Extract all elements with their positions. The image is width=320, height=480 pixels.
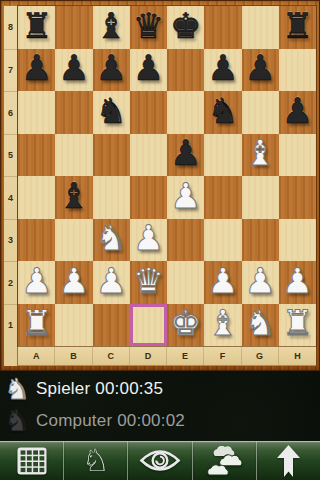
player-name-and-clock: Spieler 00:00:35 (36, 379, 163, 399)
eye-button[interactable] (128, 441, 192, 480)
black-knight-icon: ♞ (3, 406, 31, 436)
piece-black-rook[interactable]: ♜ (282, 9, 313, 44)
computer-clock: 00:00:02 (117, 411, 185, 430)
square-b6[interactable] (55, 91, 92, 134)
square-a6[interactable] (18, 91, 55, 134)
square-b2[interactable]: ♟ (55, 261, 92, 304)
rank-label-5: 5 (4, 134, 17, 177)
piece-black-pawn[interactable]: ♟ (95, 51, 126, 86)
file-label-e: E (167, 347, 204, 365)
square-b7[interactable]: ♟ (55, 49, 92, 92)
square-g4[interactable] (242, 176, 279, 219)
square-f4[interactable] (204, 176, 241, 219)
chess-app: 87654321 ♜♝♛♚♜♟♟♟♟♟♟♞♞♟♟♝♝♟♞♟♟♟♟♛♟♟♟♜♚♝♞… (0, 0, 320, 480)
square-e3[interactable] (167, 219, 204, 262)
square-c6[interactable]: ♞ (93, 91, 130, 134)
piece-black-pawn[interactable]: ♟ (133, 51, 164, 86)
piece-black-pawn[interactable]: ♟ (170, 136, 201, 171)
square-g8[interactable] (242, 6, 279, 49)
knight-icon: ♘ (82, 445, 110, 476)
file-label-d: D (130, 347, 167, 365)
rank-label-3: 3 (4, 219, 17, 262)
rank-label-2: 2 (4, 261, 17, 304)
square-d5[interactable] (130, 134, 167, 177)
square-e5[interactable]: ♟ (167, 134, 204, 177)
square-c8[interactable]: ♝ (93, 6, 130, 49)
square-g6[interactable] (242, 91, 279, 134)
square-d4[interactable] (130, 176, 167, 219)
game-info-panel: ♞ Spieler 00:00:35 ♞ Computer 00:00:02 c… (0, 371, 320, 441)
file-label-b: B (55, 347, 92, 365)
file-label-g: G (242, 347, 279, 365)
piece-white-knight[interactable]: ♞ (244, 306, 275, 341)
square-b3[interactable] (55, 219, 92, 262)
square-h8[interactable]: ♜ (279, 6, 316, 49)
square-e2[interactable] (167, 261, 204, 304)
rank-label-8: 8 (4, 6, 17, 49)
square-f6[interactable]: ♞ (204, 91, 241, 134)
rank-label-1: 1 (4, 304, 17, 347)
clouds-icon (206, 446, 242, 476)
piece-white-pawn[interactable]: ♟ (207, 264, 238, 299)
square-c1[interactable] (93, 304, 130, 347)
piece-white-bishop[interactable]: ♝ (207, 306, 238, 341)
square-a3[interactable] (18, 219, 55, 262)
square-d6[interactable] (130, 91, 167, 134)
square-a2[interactable]: ♟ (18, 261, 55, 304)
square-e6[interactable] (167, 91, 204, 134)
file-label-f: F (204, 347, 241, 365)
square-e8[interactable]: ♚ (167, 6, 204, 49)
square-f7[interactable]: ♟ (204, 49, 241, 92)
square-d3[interactable]: ♟ (130, 219, 167, 262)
piece-black-bishop[interactable]: ♝ (95, 9, 126, 44)
square-a1[interactable]: ♜ (18, 304, 55, 347)
piece-black-pawn[interactable]: ♟ (244, 51, 275, 86)
grid-icon (17, 447, 47, 475)
piece-black-bishop[interactable]: ♝ (58, 179, 89, 214)
square-f1[interactable]: ♝ (204, 304, 241, 347)
square-a5[interactable] (18, 134, 55, 177)
square-c3[interactable]: ♞ (93, 219, 130, 262)
piece-white-knight[interactable]: ♞ (95, 221, 126, 256)
file-label-a: A (18, 347, 55, 365)
rank-label-7: 7 (4, 49, 17, 92)
piece-black-pawn[interactable]: ♟ (282, 94, 313, 129)
square-h4[interactable] (279, 176, 316, 219)
piece-white-rook[interactable]: ♜ (282, 306, 313, 341)
piece-white-pawn[interactable]: ♟ (95, 264, 126, 299)
piece-white-pawn[interactable]: ♟ (133, 221, 164, 256)
piece-black-king[interactable]: ♚ (170, 9, 201, 44)
clouds-button[interactable] (193, 441, 257, 480)
rank-label-4: 4 (4, 176, 17, 219)
rank-labels: 87654321 (4, 6, 18, 366)
player-row-black: ♞ Computer 00:00:02 (3, 406, 185, 436)
square-e7[interactable] (167, 49, 204, 92)
square-b1[interactable] (55, 304, 92, 347)
piece-white-pawn[interactable]: ♟ (58, 264, 89, 299)
piece-white-pawn[interactable]: ♟ (21, 264, 52, 299)
square-c4[interactable] (93, 176, 130, 219)
piece-black-queen[interactable]: ♛ (133, 9, 164, 44)
piece-white-rook[interactable]: ♜ (21, 306, 52, 341)
up-arrow-button[interactable] (257, 441, 320, 480)
piece-white-pawn[interactable]: ♟ (170, 179, 201, 214)
square-d1[interactable] (130, 304, 167, 347)
square-d8[interactable]: ♛ (130, 6, 167, 49)
square-g1[interactable]: ♞ (242, 304, 279, 347)
square-h5[interactable] (279, 134, 316, 177)
square-h1[interactable]: ♜ (279, 304, 316, 347)
white-knight-icon: ♞ (3, 374, 31, 404)
square-b8[interactable] (55, 6, 92, 49)
square-f3[interactable] (204, 219, 241, 262)
knight-button[interactable]: ♘ (64, 441, 128, 480)
piece-black-knight[interactable]: ♞ (95, 94, 126, 129)
grid-button[interactable] (0, 441, 64, 480)
piece-white-king[interactable]: ♚ (170, 306, 201, 341)
piece-white-pawn[interactable]: ♟ (244, 264, 275, 299)
piece-black-knight[interactable]: ♞ (207, 94, 238, 129)
square-a8[interactable]: ♜ (18, 6, 55, 49)
piece-black-pawn[interactable]: ♟ (207, 51, 238, 86)
piece-black-pawn[interactable]: ♟ (58, 51, 89, 86)
file-label-h: H (279, 347, 316, 365)
square-h7[interactable] (279, 49, 316, 92)
player-clock: 00:00:35 (95, 379, 163, 398)
piece-black-rook[interactable]: ♜ (21, 9, 52, 44)
square-f2[interactable]: ♟ (204, 261, 241, 304)
square-c7[interactable]: ♟ (93, 49, 130, 92)
square-d7[interactable]: ♟ (130, 49, 167, 92)
square-a4[interactable] (18, 176, 55, 219)
eye-icon (139, 447, 181, 474)
file-label-c: C (93, 347, 130, 365)
square-h6[interactable]: ♟ (279, 91, 316, 134)
piece-black-pawn[interactable]: ♟ (21, 51, 52, 86)
player-row-white: ♞ Spieler 00:00:35 (3, 374, 163, 404)
toolbar: ♘ (0, 441, 320, 480)
board-squares: ♜♝♛♚♜♟♟♟♟♟♟♞♞♟♟♝♝♟♞♟♟♟♟♛♟♟♟♜♚♝♞♜ (18, 6, 316, 346)
piece-white-queen[interactable]: ♛ (133, 264, 164, 299)
chess-board: 87654321 ♜♝♛♚♜♟♟♟♟♟♟♞♞♟♟♝♝♟♞♟♟♟♟♛♟♟♟♜♚♝♞… (0, 0, 320, 371)
square-h2[interactable]: ♟ (279, 261, 316, 304)
piece-white-pawn[interactable]: ♟ (282, 264, 313, 299)
square-b5[interactable] (55, 134, 92, 177)
player-name: Spieler (36, 379, 90, 398)
up-arrow-icon (277, 445, 300, 477)
square-g3[interactable] (242, 219, 279, 262)
square-g7[interactable]: ♟ (242, 49, 279, 92)
computer-name-and-clock: Computer 00:00:02 (36, 411, 185, 431)
square-b4[interactable]: ♝ (55, 176, 92, 219)
square-c2[interactable]: ♟ (93, 261, 130, 304)
square-e4[interactable]: ♟ (167, 176, 204, 219)
file-labels: ABCDEFGH (18, 346, 316, 366)
square-e1[interactable]: ♚ (167, 304, 204, 347)
rank-label-6: 6 (4, 91, 17, 134)
square-g5[interactable]: ♝ (242, 134, 279, 177)
square-a7[interactable]: ♟ (18, 49, 55, 92)
square-f8[interactable] (204, 6, 241, 49)
square-h3[interactable] (279, 219, 316, 262)
computer-name: Computer (36, 411, 112, 430)
square-g2[interactable]: ♟ (242, 261, 279, 304)
square-d2[interactable]: ♛ (130, 261, 167, 304)
square-c5[interactable] (93, 134, 130, 177)
piece-white-bishop[interactable]: ♝ (244, 136, 275, 171)
square-f5[interactable] (204, 134, 241, 177)
